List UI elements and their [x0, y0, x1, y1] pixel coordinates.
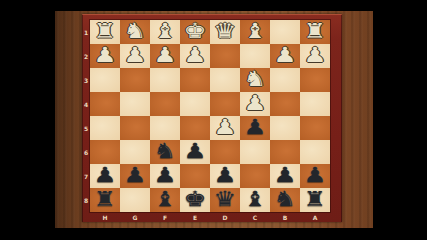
square-b6[interactable] — [270, 140, 300, 164]
piece-bP-d7: ♟ — [207, 164, 244, 188]
square-f3[interactable] — [150, 68, 180, 92]
piece-wP-g2: ♟ — [117, 44, 154, 68]
square-e2[interactable]: ♟ — [180, 44, 210, 68]
square-e5[interactable] — [180, 116, 210, 140]
rank-label-8: 8 — [82, 188, 90, 212]
piece-wP-d5: ♟ — [207, 116, 244, 140]
square-e3[interactable] — [180, 68, 210, 92]
rank-label-3: 3 — [82, 68, 90, 92]
square-h2[interactable]: ♟ — [90, 44, 120, 68]
chess-board: ♜♞♝♚♛♝♜♟♟♟♟♟♟♞♟♟♟♞♟♟♟♟♟♟♟♜♝♚♛♝♞♜ — [90, 20, 330, 212]
piece-wP-e2: ♟ — [177, 44, 214, 68]
square-h3[interactable] — [90, 68, 120, 92]
square-f2[interactable]: ♟ — [150, 44, 180, 68]
piece-bR-a8: ♜ — [297, 188, 334, 212]
square-g5[interactable] — [120, 116, 150, 140]
square-d2[interactable] — [210, 44, 240, 68]
piece-wB-f1: ♝ — [147, 20, 184, 44]
square-c2[interactable] — [240, 44, 270, 68]
piece-wP-b2: ♟ — [267, 44, 304, 68]
square-f7[interactable]: ♟ — [150, 164, 180, 188]
piece-bB-f8: ♝ — [147, 188, 184, 212]
piece-wR-h1: ♜ — [87, 20, 124, 44]
square-a6[interactable] — [300, 140, 330, 164]
file-label-f: F — [150, 213, 180, 222]
square-a5[interactable] — [300, 116, 330, 140]
file-label-b: B — [270, 213, 300, 222]
piece-bP-g7: ♟ — [117, 164, 154, 188]
square-d1[interactable]: ♛ — [210, 20, 240, 44]
piece-bQ-d8: ♛ — [207, 188, 244, 212]
square-f6[interactable]: ♞ — [150, 140, 180, 164]
square-f5[interactable] — [150, 116, 180, 140]
square-g7[interactable]: ♟ — [120, 164, 150, 188]
square-a2[interactable]: ♟ — [300, 44, 330, 68]
square-d6[interactable] — [210, 140, 240, 164]
square-b2[interactable]: ♟ — [270, 44, 300, 68]
rank-label-4: 4 — [82, 92, 90, 116]
file-label-d: D — [210, 213, 240, 222]
rank-label-6: 6 — [82, 140, 90, 164]
square-g8[interactable] — [120, 188, 150, 212]
square-e8[interactable]: ♚ — [180, 188, 210, 212]
piece-bP-h7: ♟ — [87, 164, 124, 188]
square-c3[interactable]: ♞ — [240, 68, 270, 92]
square-c4[interactable]: ♟ — [240, 92, 270, 116]
rank-label-5: 5 — [82, 116, 90, 140]
square-c8[interactable]: ♝ — [240, 188, 270, 212]
square-e1[interactable]: ♚ — [180, 20, 210, 44]
video-frame-letterbox: 12345678 ♜♞♝♚♛♝♜♟♟♟♟♟♟♞♟♟♟♞♟♟♟♟♟♟♟♜♝♚♛♝♞… — [0, 0, 427, 240]
square-g2[interactable]: ♟ — [120, 44, 150, 68]
file-label-c: C — [240, 213, 270, 222]
square-e4[interactable] — [180, 92, 210, 116]
square-d8[interactable]: ♛ — [210, 188, 240, 212]
square-f4[interactable] — [150, 92, 180, 116]
piece-bK-e8: ♚ — [177, 188, 214, 212]
piece-bP-c5: ♟ — [237, 116, 274, 140]
rank-label-7: 7 — [82, 164, 90, 188]
square-a3[interactable] — [300, 68, 330, 92]
piece-bP-f7: ♟ — [147, 164, 184, 188]
piece-bP-a7: ♟ — [297, 164, 334, 188]
square-b4[interactable] — [270, 92, 300, 116]
piece-wP-h2: ♟ — [87, 44, 124, 68]
file-labels: HGFEDCBA — [90, 213, 330, 222]
piece-bR-h8: ♜ — [87, 188, 124, 212]
square-b1[interactable] — [270, 20, 300, 44]
square-a8[interactable]: ♜ — [300, 188, 330, 212]
square-a7[interactable]: ♟ — [300, 164, 330, 188]
piece-wP-a2: ♟ — [297, 44, 334, 68]
piece-wK-e1: ♚ — [177, 20, 214, 44]
square-d5[interactable]: ♟ — [210, 116, 240, 140]
piece-wQ-d1: ♛ — [207, 20, 244, 44]
piece-bN-f6: ♞ — [147, 140, 184, 164]
square-h7[interactable]: ♟ — [90, 164, 120, 188]
square-c5[interactable]: ♟ — [240, 116, 270, 140]
square-h8[interactable]: ♜ — [90, 188, 120, 212]
square-g6[interactable] — [120, 140, 150, 164]
file-label-h: H — [90, 213, 120, 222]
square-h5[interactable] — [90, 116, 120, 140]
piece-bN-b8: ♞ — [267, 188, 304, 212]
piece-wN-c3: ♞ — [237, 68, 274, 92]
square-b3[interactable] — [270, 68, 300, 92]
square-a1[interactable]: ♜ — [300, 20, 330, 44]
rank-label-1: 1 — [82, 20, 90, 44]
square-c6[interactable] — [240, 140, 270, 164]
piece-wN-g1: ♞ — [117, 20, 154, 44]
piece-wP-f2: ♟ — [147, 44, 184, 68]
piece-bP-e6: ♟ — [177, 140, 214, 164]
square-d7[interactable]: ♟ — [210, 164, 240, 188]
file-label-e: E — [180, 213, 210, 222]
square-c7[interactable] — [240, 164, 270, 188]
square-g4[interactable] — [120, 92, 150, 116]
square-e6[interactable]: ♟ — [180, 140, 210, 164]
square-a4[interactable] — [300, 92, 330, 116]
square-e7[interactable] — [180, 164, 210, 188]
piece-wP-c4: ♟ — [237, 92, 274, 116]
square-b7[interactable]: ♟ — [270, 164, 300, 188]
rank-labels: 12345678 — [82, 20, 90, 212]
square-c1[interactable]: ♝ — [240, 20, 270, 44]
piece-bP-b7: ♟ — [267, 164, 304, 188]
piece-wR-a1: ♜ — [297, 20, 334, 44]
square-h6[interactable] — [90, 140, 120, 164]
square-h1[interactable]: ♜ — [90, 20, 120, 44]
rank-label-2: 2 — [82, 44, 90, 68]
square-f1[interactable]: ♝ — [150, 20, 180, 44]
wood-table-background: 12345678 ♜♞♝♚♛♝♜♟♟♟♟♟♟♞♟♟♟♞♟♟♟♟♟♟♟♜♝♚♛♝♞… — [55, 11, 373, 228]
square-g3[interactable] — [120, 68, 150, 92]
file-label-g: G — [120, 213, 150, 222]
piece-wB-c1: ♝ — [237, 20, 274, 44]
piece-bB-c8: ♝ — [237, 188, 274, 212]
square-h4[interactable] — [90, 92, 120, 116]
file-label-a: A — [300, 213, 330, 222]
square-f8[interactable]: ♝ — [150, 188, 180, 212]
square-d4[interactable] — [210, 92, 240, 116]
square-d3[interactable] — [210, 68, 240, 92]
square-g1[interactable]: ♞ — [120, 20, 150, 44]
square-b8[interactable]: ♞ — [270, 188, 300, 212]
square-b5[interactable] — [270, 116, 300, 140]
chess-board-frame: 12345678 ♜♞♝♚♛♝♜♟♟♟♟♟♟♞♟♟♟♞♟♟♟♟♟♟♟♜♝♚♛♝♞… — [82, 14, 342, 222]
